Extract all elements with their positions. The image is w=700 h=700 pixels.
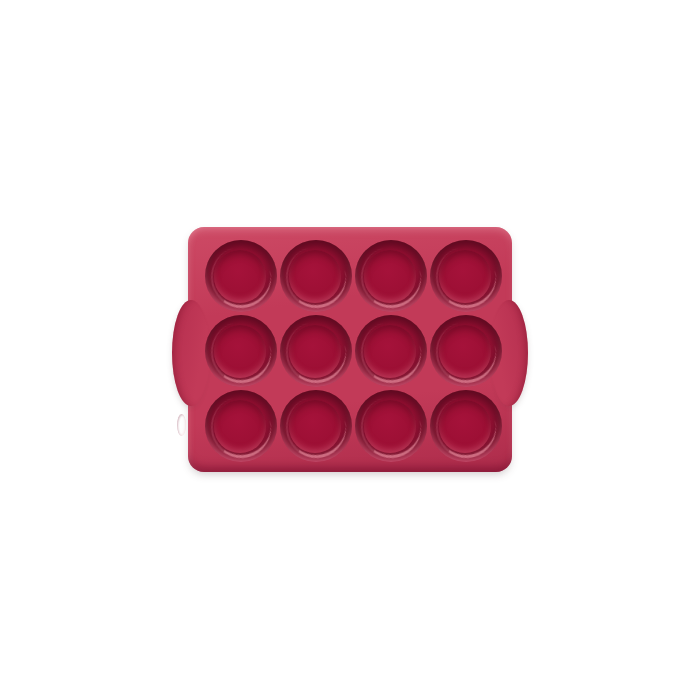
- muffin-cup: [205, 315, 277, 387]
- muffin-cup: [355, 390, 427, 462]
- muffin-cup: [280, 240, 352, 312]
- muffin-cup: [430, 240, 502, 312]
- muffin-cup: [430, 315, 502, 387]
- muffin-cup: [430, 390, 502, 462]
- muffin-pan: [188, 227, 512, 472]
- muffin-cup: [280, 315, 352, 387]
- muffin-cup: [205, 390, 277, 462]
- embossed-logo-mark: [177, 414, 186, 436]
- product-photo: [0, 0, 700, 700]
- muffin-cup: [355, 315, 427, 387]
- muffin-cup-grid: [191, 228, 515, 473]
- muffin-cup: [355, 240, 427, 312]
- muffin-cup: [205, 240, 277, 312]
- muffin-cup: [280, 390, 352, 462]
